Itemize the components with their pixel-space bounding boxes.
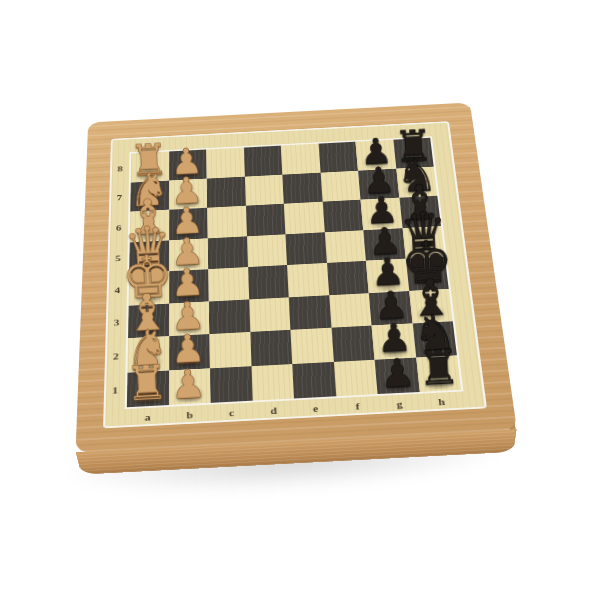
square-f2 — [331, 326, 375, 362]
square-f3 — [329, 293, 372, 328]
square-e5 — [285, 232, 326, 265]
square-c3 — [209, 299, 250, 334]
square-d8 — [243, 146, 282, 177]
square-c1 — [210, 366, 252, 403]
chess-set-photo: ♜♟♟♜♞♟♟♞♝♟♟♝♛♟♟♛♚♟♟♚♝♟♟♝♞♟♟♞♜♟♟♜ abcdefg… — [0, 0, 600, 600]
square-e7 — [282, 172, 322, 203]
square-f6 — [322, 200, 363, 232]
black-rook-h1: ♜ — [417, 345, 462, 391]
square-f1 — [333, 359, 377, 396]
square-e8 — [281, 144, 320, 175]
square-e2 — [290, 328, 333, 364]
square-c4 — [208, 267, 249, 301]
square-b1: ♟ — [169, 368, 211, 405]
square-d3 — [249, 297, 291, 332]
square-d4 — [248, 265, 289, 299]
white-rook-a1: ♜ — [124, 360, 169, 406]
square-h1: ♜ — [416, 355, 461, 392]
black-pawn-g1: ♟ — [379, 355, 416, 393]
board-frame: ♜♟♟♜♞♟♟♞♝♟♟♝♛♟♟♛♚♟♟♚♝♟♟♝♞♟♟♞♜♟♟♜ abcdefg… — [76, 103, 517, 453]
square-e3 — [289, 295, 331, 330]
square-c7 — [207, 176, 246, 207]
rank-label-2: 2 — [106, 338, 126, 373]
square-g1: ♟ — [375, 357, 420, 394]
rank-label-1: 1 — [105, 372, 126, 408]
square-f4 — [326, 261, 368, 295]
piece-glyph: ♟ — [379, 355, 416, 393]
square-f7 — [320, 170, 360, 201]
chess-board: ♜♟♟♜♞♟♟♞♝♟♟♝♛♟♟♛♚♟♟♚♝♟♟♝♞♟♟♞♜♟♟♜ abcdefg… — [76, 103, 517, 453]
square-a1: ♜ — [127, 370, 169, 407]
piece-glyph: ♜ — [124, 360, 169, 406]
square-d7 — [244, 174, 283, 205]
square-d1 — [251, 364, 294, 401]
white-pawn-b1: ♟ — [170, 366, 207, 404]
piece-glyph: ♜ — [417, 345, 462, 391]
square-f5 — [324, 230, 366, 263]
board-squares: ♜♟♟♜♞♟♟♞♝♟♟♝♛♟♟♛♚♟♟♚♝♟♟♝♞♟♟♞♜♟♟♜ — [127, 138, 461, 407]
square-e4 — [287, 263, 329, 297]
piece-glyph: ♟ — [170, 366, 207, 404]
square-e1 — [292, 361, 336, 398]
square-c8 — [206, 148, 244, 179]
